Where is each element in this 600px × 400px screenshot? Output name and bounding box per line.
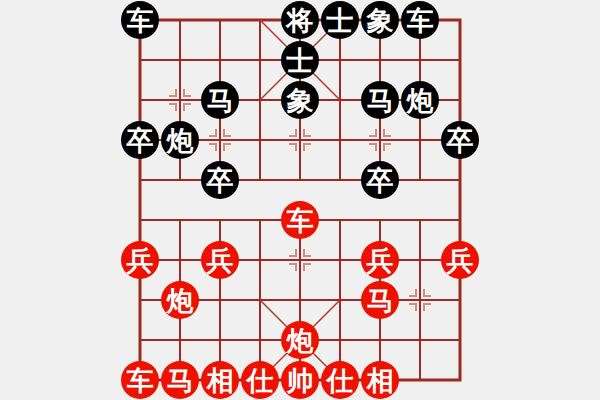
piece-black-advisor[interactable]: 士 <box>281 41 319 79</box>
piece-red-elephant[interactable]: 相 <box>201 361 239 399</box>
xiangqi-board: 车将士象车士马象马炮卒炮卒卒卒车兵兵兵兵炮马炮车马相仕帅仕相 <box>120 0 480 400</box>
piece-red-soldier[interactable]: 兵 <box>121 241 159 279</box>
piece-black-soldier[interactable]: 卒 <box>361 161 399 199</box>
piece-black-advisor[interactable]: 士 <box>321 1 359 39</box>
pieces-layer: 车将士象车士马象马炮卒炮卒卒卒车兵兵兵兵炮马炮车马相仕帅仕相 <box>120 0 480 400</box>
piece-red-chariot[interactable]: 车 <box>121 361 159 399</box>
piece-red-horse[interactable]: 马 <box>161 361 199 399</box>
piece-black-elephant[interactable]: 象 <box>361 1 399 39</box>
piece-red-chariot[interactable]: 车 <box>281 201 319 239</box>
piece-black-cannon[interactable]: 炮 <box>161 121 199 159</box>
piece-black-chariot[interactable]: 车 <box>121 1 159 39</box>
piece-black-horse[interactable]: 马 <box>201 81 239 119</box>
piece-red-cannon[interactable]: 炮 <box>281 321 319 359</box>
piece-black-elephant[interactable]: 象 <box>281 81 319 119</box>
piece-black-general[interactable]: 将 <box>281 1 319 39</box>
piece-black-soldier[interactable]: 卒 <box>121 121 159 159</box>
piece-red-soldier[interactable]: 兵 <box>201 241 239 279</box>
piece-black-soldier[interactable]: 卒 <box>441 121 479 159</box>
piece-red-soldier[interactable]: 兵 <box>361 241 399 279</box>
piece-red-advisor[interactable]: 仕 <box>321 361 359 399</box>
xiangqi-screen: 车将士象车士马象马炮卒炮卒卒卒车兵兵兵兵炮马炮车马相仕帅仕相 <box>0 0 600 400</box>
piece-black-chariot[interactable]: 车 <box>401 1 439 39</box>
piece-red-general[interactable]: 帅 <box>281 361 319 399</box>
piece-red-elephant[interactable]: 相 <box>361 361 399 399</box>
piece-black-soldier[interactable]: 卒 <box>201 161 239 199</box>
piece-black-cannon[interactable]: 炮 <box>401 81 439 119</box>
piece-red-soldier[interactable]: 兵 <box>441 241 479 279</box>
piece-red-advisor[interactable]: 仕 <box>241 361 279 399</box>
piece-black-horse[interactable]: 马 <box>361 81 399 119</box>
piece-red-cannon[interactable]: 炮 <box>161 281 199 319</box>
piece-red-horse[interactable]: 马 <box>361 281 399 319</box>
